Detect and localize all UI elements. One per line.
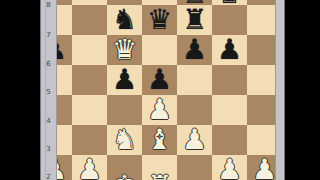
rank-label-4: 4 — [41, 117, 56, 125]
square-g3[interactable] — [212, 125, 247, 155]
piece-black-pawn-d5[interactable]: ♟ — [107, 65, 142, 95]
piece-white-pawn-g2[interactable]: ♟ — [212, 155, 247, 180]
piece-white-bishop-e3[interactable]: ♝ — [142, 125, 177, 155]
piece-black-king-g8[interactable]: ♚ — [212, 0, 247, 9]
square-c3[interactable] — [72, 125, 107, 155]
piece-white-pawn-c2[interactable]: ♟ — [72, 155, 107, 180]
rank-label-2: 2 — [41, 173, 56, 180]
piece-black-pawn-e5[interactable]: ♟ — [142, 65, 177, 95]
square-f4[interactable] — [177, 95, 212, 125]
piece-black-queen-e7[interactable]: ♛ — [142, 5, 177, 35]
right-letterbox-margin — [283, 0, 320, 180]
piece-white-king-d1[interactable]: ♚ — [107, 171, 142, 180]
piece-black-pawn-f6[interactable]: ♟ — [177, 35, 212, 65]
left-coordinate-rail: 8765432 — [40, 0, 57, 180]
square-f5[interactable] — [177, 65, 212, 95]
video-frame: ♜♚♞♛♜♟♛♟♟♟♟♟♞♝♟♟♟♟♟♚♜ 8765432 — [0, 0, 320, 180]
piece-white-queen-d6[interactable]: ♛ — [107, 35, 142, 65]
piece-white-pawn-f3[interactable]: ♟ — [177, 125, 212, 155]
square-c4[interactable] — [72, 95, 107, 125]
piece-white-knight-d3[interactable]: ♞ — [107, 125, 142, 155]
piece-white-pawn-e4[interactable]: ♟ — [142, 95, 177, 125]
square-e6[interactable] — [142, 35, 177, 65]
rank-label-6: 6 — [41, 60, 56, 68]
square-g5[interactable] — [212, 65, 247, 95]
piece-black-rook-f7[interactable]: ♜ — [177, 5, 212, 35]
rank-label-3: 3 — [41, 145, 56, 153]
piece-black-pawn-g6[interactable]: ♟ — [212, 35, 247, 65]
square-c5[interactable] — [72, 65, 107, 95]
right-rail — [275, 0, 285, 180]
square-d4[interactable] — [107, 95, 142, 125]
square-c6[interactable] — [72, 35, 107, 65]
square-g4[interactable] — [212, 95, 247, 125]
rank-label-5: 5 — [41, 88, 56, 96]
square-f2[interactable] — [177, 155, 212, 180]
rank-label-8: 8 — [41, 1, 56, 9]
piece-black-knight-d7[interactable]: ♞ — [107, 5, 142, 35]
square-c7[interactable] — [72, 5, 107, 35]
rank-label-7: 7 — [41, 31, 56, 39]
left-letterbox-margin — [0, 0, 40, 180]
piece-white-rook-e1[interactable]: ♜ — [142, 171, 177, 180]
